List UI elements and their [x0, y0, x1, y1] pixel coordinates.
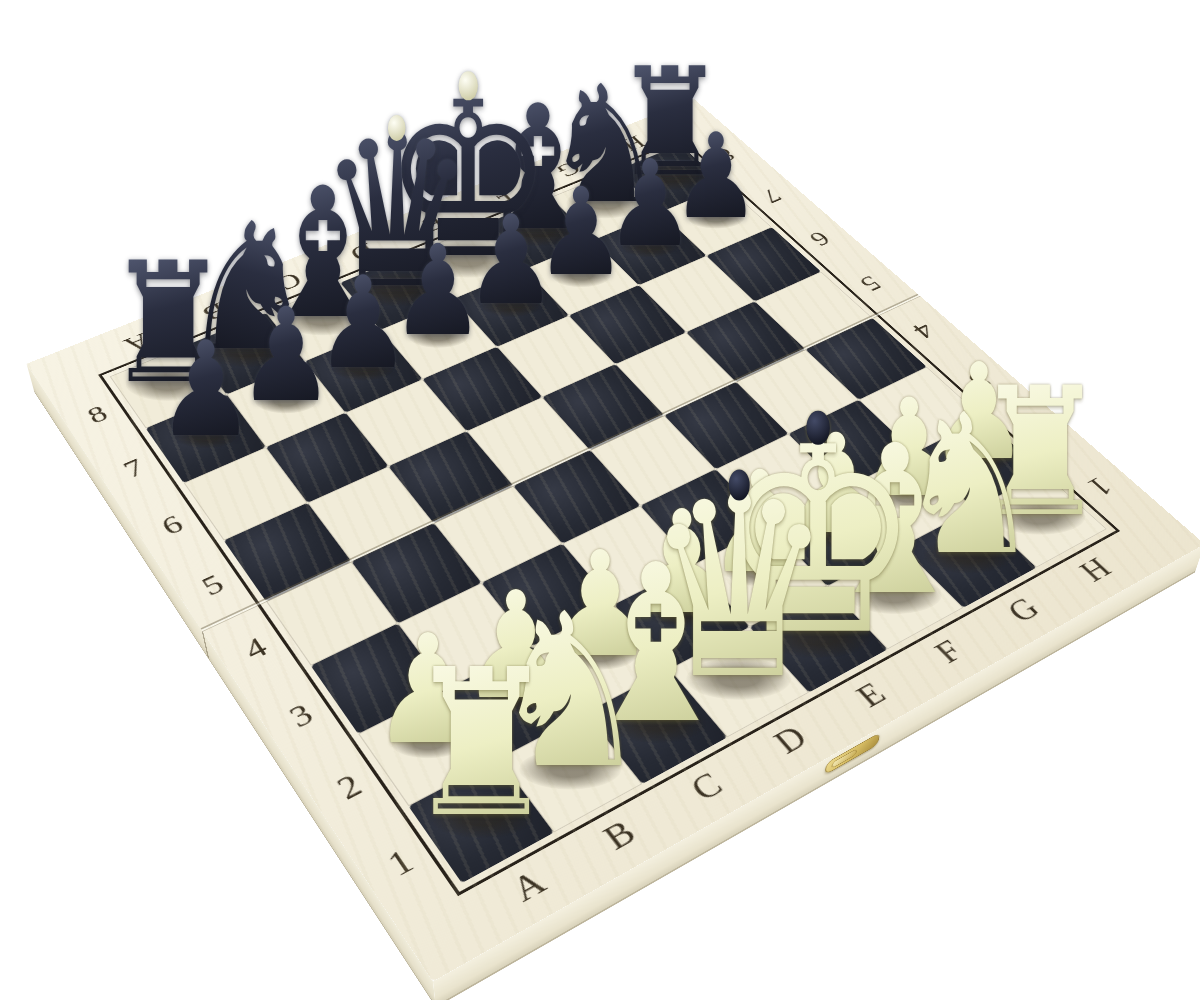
- file-label-h: H: [1073, 553, 1117, 587]
- rank-label-far-6: 6: [805, 228, 836, 250]
- chess-set-photo: AABBCCDDEEFFGGHH1122334455667788 ♜♞♝♛♚♝♞…: [0, 0, 1200, 1000]
- rank-label-5: 5: [197, 570, 229, 601]
- rank-label-4: 4: [239, 632, 272, 665]
- file-label-b: B: [597, 814, 642, 855]
- finial-dot-icon: [728, 469, 749, 501]
- finial-dot-icon: [388, 115, 406, 141]
- file-label-a: A: [505, 864, 552, 908]
- black-pawn-glyph: ♟: [156, 324, 255, 455]
- brass-clasp-icon: [824, 732, 880, 775]
- white-rook-glyph: ♜: [405, 643, 558, 846]
- rank-label-3: 3: [284, 698, 319, 733]
- rank-label-far-7: 7: [757, 185, 787, 206]
- rank-label-7: 7: [119, 455, 149, 483]
- rank-label-2: 2: [331, 769, 367, 806]
- rank-label-far-5: 5: [855, 272, 887, 295]
- file-label-c: C: [684, 767, 728, 807]
- rank-label-6: 6: [157, 511, 188, 540]
